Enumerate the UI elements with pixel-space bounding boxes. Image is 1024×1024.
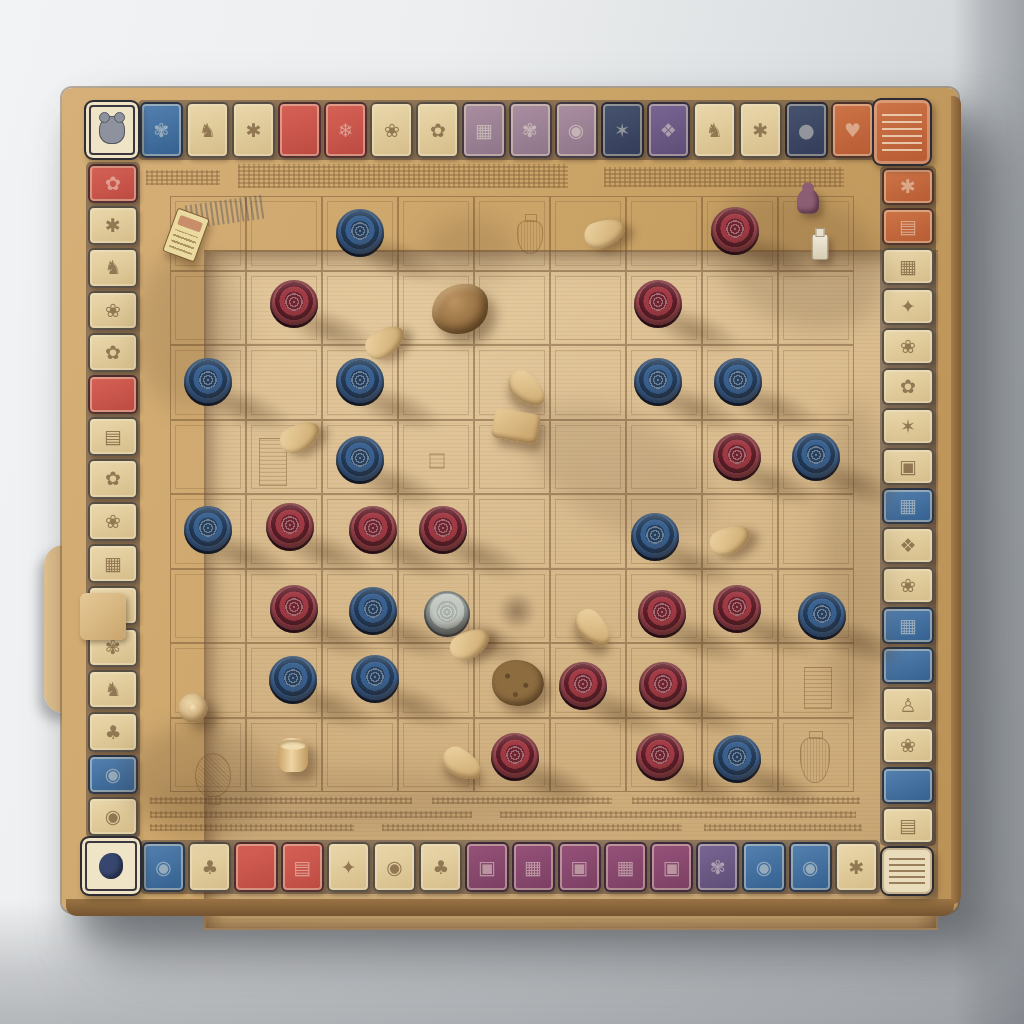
track-bottom: ◉♣▤✦◉♣▣▦▣▦▣✾◉◉✱ [140,840,880,894]
track-tile-plant-drawing[interactable]: ✿ [882,368,934,405]
tree-drawing-icon: ♣ [104,723,121,742]
track-tile-text-label[interactable]: ▤ [882,208,934,245]
document-print [804,667,832,709]
engraved-text-band [632,797,860,804]
cylinder[interactable] [278,738,308,772]
ring-emblem-icon: ◉ [756,858,773,877]
flower-drawing-icon: ❀ [900,337,916,356]
flower-drawing-icon: ✿ [430,121,446,140]
corner-tile-bottom-right[interactable] [880,846,934,896]
blue-disc[interactable] [336,436,384,484]
track-tile-mushroom-drawing[interactable]: ✦ [882,288,934,325]
plant-drawing-icon: ✿ [900,377,916,396]
track-tile-mark[interactable]: ✱ [882,168,934,205]
track-tile-star-pattern[interactable]: ✶ [601,102,644,158]
brown-circle-icon: ◉ [386,858,403,877]
stamp-print [430,454,445,469]
corner-tile-top-right[interactable] [872,98,932,166]
star-pattern-icon: ✶ [614,121,630,140]
track-tile-square-emblem[interactable]: ▣ [558,842,601,892]
circle-emblem-icon: ◉ [105,765,122,784]
track-tile-circle-emblem[interactable]: ◉ [142,842,185,892]
track-tile-blank[interactable] [88,375,138,414]
track-tile-ornament[interactable]: ❖ [647,102,690,158]
track-tile-bird-drawing[interactable]: ♞ [693,102,736,158]
track-tile-green-tree[interactable]: ♣ [419,842,462,892]
teddy-bear-icon [99,116,125,144]
track-tile-mosaic[interactable]: ▦ [462,102,505,158]
grey-disc[interactable] [424,591,470,637]
ink-blot-icon: ✱ [752,121,768,140]
track-tile-square-emblem[interactable]: ▦ [604,842,647,892]
track-top: ✾♞✱❄❀✿▦✾◉✶❖♞✱●♥ [138,100,876,160]
blue-disc[interactable] [336,358,384,406]
red-disc[interactable] [639,662,687,710]
track-tile-figure-emblem[interactable]: ✾ [696,842,739,892]
bird-drawing-icon: ♞ [706,121,723,140]
circle-emblem-icon: ◉ [568,121,585,140]
dark-blot-icon: ● [798,121,815,140]
red-disc[interactable] [349,506,397,554]
square-emblem-icon: ▣ [478,858,496,877]
track-tile-gold-pattern[interactable]: ✦ [327,842,370,892]
track-tile-brown-circle[interactable]: ◉ [373,842,416,892]
track-tile-blank[interactable] [234,842,277,892]
red-disc[interactable] [491,733,539,781]
track-tile-dark-blot[interactable]: ● [785,102,828,158]
gold-pattern-icon: ✦ [340,858,356,877]
red-disc[interactable] [711,207,759,255]
animal-drawing-icon: ♞ [104,258,121,277]
track-tile-peacock-drawing[interactable]: ♞ [88,670,138,709]
blob[interactable] [492,660,544,706]
engraved-text-band [146,170,220,185]
meeple[interactable] [797,189,819,214]
plant-drawing-icon: ✿ [105,343,121,362]
track-tile-blank[interactable] [278,102,321,158]
track-tile-ring-emblem[interactable]: ◉ [742,842,785,892]
track-tile-text-block[interactable]: ▤ [88,417,138,456]
figure-emblem-icon: ✾ [710,858,726,877]
spot[interactable] [497,593,537,629]
blue-disc[interactable] [336,209,384,257]
track-tile-ink-blot[interactable]: ✱ [739,102,782,158]
mosaic-icon: ▦ [475,121,493,140]
red-disc[interactable] [419,506,467,554]
red-disc[interactable] [636,733,684,781]
text-lines-icon [882,113,921,151]
map-drawing-icon: ▤ [899,816,917,835]
blue-disc[interactable] [269,656,317,704]
engraved-text-band [704,824,862,831]
house-drawing-icon: ▦ [104,554,122,573]
track-tile-house-drawing[interactable]: ▦ [88,544,138,583]
track-tile-qr-pattern[interactable]: ▦ [882,248,934,285]
track-tile-flower-ball[interactable]: ❀ [88,502,138,541]
track-tile-person-drawing[interactable]: ♙ [882,687,934,724]
red-disc[interactable] [713,585,761,633]
track-tile-square-emblem[interactable]: ▣ [465,842,508,892]
grid-cell[interactable] [170,420,246,495]
framed-pattern-icon: ▦ [899,616,917,635]
squirrel-drawing-icon: ❀ [384,121,400,140]
pawn[interactable] [179,694,208,723]
track-tile-tree-drawing[interactable]: ♣ [188,842,231,892]
track-tile-flower-drawing[interactable]: ❀ [88,291,138,330]
label-icon: ▤ [293,858,311,877]
animal-drawing-icon: ♞ [199,121,216,140]
red-disc[interactable] [559,662,607,710]
peacock-drawing-icon: ♞ [104,680,121,699]
square-emblem-icon: ▦ [616,858,634,877]
dark-bird-icon [99,853,123,879]
corner-tile-top-left[interactable] [84,100,140,160]
cork-texture-icon: ▣ [899,457,917,476]
red-disc[interactable] [713,433,761,481]
stick-drawing-icon: ✱ [105,216,121,235]
track-tile-snowflake[interactable]: ❄ [324,102,367,158]
compass-drawing-icon: ❖ [899,536,916,555]
track-left: ✿✱♞❀✿▤✿❀▦✶✾♞♣◉◉ [86,162,140,838]
grid-cell[interactable] [170,569,246,644]
track-tile-beetle-drawing[interactable]: ✱ [232,102,275,158]
track-tile-eye-drawing[interactable]: ◉ [88,797,138,836]
track-tile-red-drawing[interactable]: ✿ [88,164,138,203]
snowflake-icon: ❄ [338,121,354,140]
track-tile-flower-drawing[interactable]: ❀ [882,328,934,365]
corner-tile-bottom-left[interactable] [80,836,142,896]
framed-pattern-icon: ▦ [899,496,917,515]
track-tile-plant-drawing[interactable]: ✿ [88,333,138,372]
rosette-icon: ✾ [105,638,121,657]
track-tile-circle-emblem[interactable]: ◉ [555,102,598,158]
person-drawing-icon: ♙ [899,696,916,715]
board-scene: ✾♞✱❄❀✿▦✾◉✶❖♞✱●♥ ◉♣▤✦◉♣▣▦▣▦▣✾◉◉✱ ✿✱♞❀✿▤✿❀… [0,0,1024,1024]
red-disc[interactable] [638,590,686,638]
track-tile-animal-drawing[interactable]: ♞ [88,248,138,287]
text-lines-icon [889,858,925,883]
wood-overlap-block [80,593,126,640]
track-tile-ring-emblem[interactable]: ◉ [789,842,832,892]
track-tile-heart-emblem[interactable]: ♥ [831,102,874,158]
track-tile-rosette[interactable]: ✶ [882,408,934,445]
square-emblem-icon: ▣ [570,858,588,877]
ornament-icon: ❖ [660,121,677,140]
red-disc[interactable] [270,280,318,328]
blue-disc[interactable] [714,358,762,406]
grid-cell[interactable] [550,271,626,346]
engraved-figure-icon: ✾ [154,121,170,140]
rosette-icon: ✶ [900,417,916,436]
engraved-text-band [238,164,568,188]
track-tile-square-emblem[interactable]: ▦ [512,842,555,892]
blue-disc[interactable] [184,506,232,554]
track-tile-leaf-drawing[interactable]: ❀ [882,727,934,764]
flower-ball-icon: ❀ [105,512,121,531]
square-emblem-icon: ▣ [663,858,681,877]
red-disc[interactable] [270,585,318,633]
flower-drawing-icon: ❀ [105,301,121,320]
balloon-print [195,753,231,797]
mark-icon: ✱ [900,177,916,196]
red-disc[interactable] [266,503,314,551]
tree-drawing-icon: ♣ [201,858,218,877]
track-tile-label[interactable]: ▤ [281,842,324,892]
red-disc[interactable] [634,280,682,328]
blue-disc[interactable] [631,513,679,561]
leaf-drawing-icon: ❀ [900,736,916,755]
track-tile-flower-drawing[interactable]: ✿ [416,102,459,158]
track-tile-thistle-drawing[interactable]: ✿ [88,459,138,498]
blue-disc[interactable] [184,358,232,406]
text-block-icon: ▤ [104,427,122,446]
pear-drawing-icon: ❀ [900,576,916,595]
blue-disc[interactable] [634,358,682,406]
track-tile-rosette[interactable]: ✾ [509,102,552,158]
track-tile-tree-drawing[interactable]: ♣ [88,712,138,751]
bottle[interactable] [812,234,829,260]
track-tile-solid[interactable] [882,767,934,804]
eye-drawing-icon: ◉ [105,807,122,826]
grid-cell[interactable] [626,196,702,271]
text-label-icon: ▤ [899,217,917,236]
scribble-icon: ✱ [848,858,864,877]
track-tile-squirrel-drawing[interactable]: ❀ [370,102,413,158]
heart-emblem-icon: ♥ [844,121,861,140]
green-tree-icon: ♣ [432,858,449,877]
track-tile-map-drawing[interactable]: ▤ [882,807,934,844]
rosette-icon: ✾ [522,121,538,140]
thistle-drawing-icon: ✿ [105,469,121,488]
track-tile-square-emblem[interactable]: ▣ [650,842,693,892]
ring-emblem-icon: ◉ [802,858,819,877]
circle-emblem-icon: ◉ [155,858,172,877]
beetle-drawing-icon: ✱ [246,121,262,140]
track-tile-scribble[interactable]: ✱ [835,842,878,892]
track-tile-stick-drawing[interactable]: ✱ [88,206,138,245]
qr-pattern-icon: ▦ [899,257,917,276]
track-tile-animal-drawing[interactable]: ♞ [186,102,229,158]
square-emblem-icon: ▦ [524,858,542,877]
mushroom-drawing-icon: ✦ [900,297,916,316]
track-tile-engraved-figure[interactable]: ✾ [140,102,183,158]
red-drawing-icon: ✿ [105,174,121,193]
